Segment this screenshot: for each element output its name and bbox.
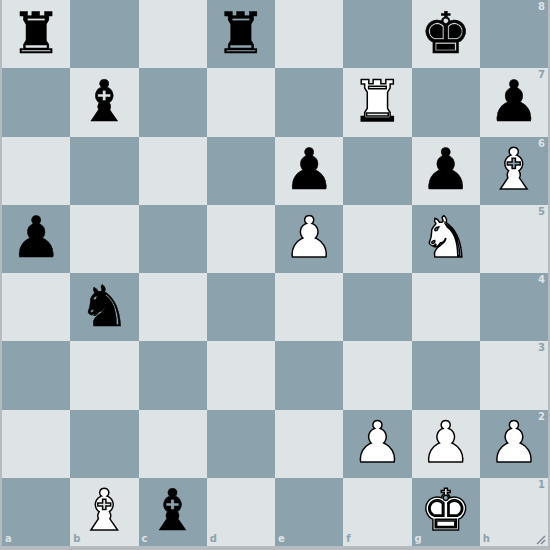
white-king[interactable]: ♚: [420, 482, 471, 539]
square-c7[interactable]: [139, 68, 207, 136]
black-king[interactable]: ♚: [420, 5, 471, 62]
white-rook[interactable]: ♜: [352, 73, 403, 130]
chess-board[interactable]: ♜♜♚8♝♜♟7♟♟♝6♟♟♞5♞43♟♟♟2a♝b♝cdef♚g1h: [2, 0, 548, 546]
square-a6[interactable]: [2, 137, 70, 205]
rank-label-5: 5: [538, 207, 545, 217]
square-d4[interactable]: [207, 273, 275, 341]
white-pawn[interactable]: ♟: [420, 414, 471, 471]
black-pawn[interactable]: ♟: [284, 141, 335, 198]
rank-label-4: 4: [538, 275, 545, 285]
white-pawn[interactable]: ♟: [284, 209, 335, 266]
file-label-f: f: [346, 534, 350, 544]
square-d7[interactable]: [207, 68, 275, 136]
square-h6[interactable]: ♝6: [480, 137, 548, 205]
white-bishop[interactable]: ♝: [79, 482, 130, 539]
white-pawn[interactable]: ♟: [352, 414, 403, 471]
black-pawn[interactable]: ♟: [11, 209, 62, 266]
square-e8[interactable]: [275, 0, 343, 68]
square-f4[interactable]: [343, 273, 411, 341]
square-g1[interactable]: ♚g: [412, 478, 480, 546]
square-h2[interactable]: ♟2: [480, 410, 548, 478]
square-c4[interactable]: [139, 273, 207, 341]
file-label-d: d: [210, 534, 217, 544]
file-label-e: e: [278, 534, 285, 544]
resize-handle-icon[interactable]: [534, 533, 546, 545]
black-rook[interactable]: ♜: [11, 5, 62, 62]
square-a4[interactable]: [2, 273, 70, 341]
square-g3[interactable]: [412, 341, 480, 409]
square-b5[interactable]: [70, 205, 138, 273]
square-d1[interactable]: d: [207, 478, 275, 546]
square-a8[interactable]: ♜: [2, 0, 70, 68]
white-knight[interactable]: ♞: [420, 209, 471, 266]
square-a5[interactable]: ♟: [2, 205, 70, 273]
square-f7[interactable]: ♜: [343, 68, 411, 136]
square-f2[interactable]: ♟: [343, 410, 411, 478]
square-b1[interactable]: ♝b: [70, 478, 138, 546]
square-g6[interactable]: ♟: [412, 137, 480, 205]
square-b8[interactable]: [70, 0, 138, 68]
file-label-h: h: [483, 534, 490, 544]
square-e4[interactable]: [275, 273, 343, 341]
square-d5[interactable]: [207, 205, 275, 273]
black-rook[interactable]: ♜: [215, 5, 266, 62]
square-h4[interactable]: 4: [480, 273, 548, 341]
square-c2[interactable]: [139, 410, 207, 478]
square-c6[interactable]: [139, 137, 207, 205]
square-a3[interactable]: [2, 341, 70, 409]
square-b6[interactable]: [70, 137, 138, 205]
rank-label-3: 3: [538, 343, 545, 353]
black-pawn[interactable]: ♟: [488, 73, 539, 130]
file-label-a: a: [5, 534, 12, 544]
square-e7[interactable]: [275, 68, 343, 136]
square-e1[interactable]: e: [275, 478, 343, 546]
square-g4[interactable]: [412, 273, 480, 341]
square-h8[interactable]: 8: [480, 0, 548, 68]
square-f5[interactable]: [343, 205, 411, 273]
square-f8[interactable]: [343, 0, 411, 68]
square-c1[interactable]: ♝c: [139, 478, 207, 546]
square-g8[interactable]: ♚: [412, 0, 480, 68]
square-b4[interactable]: ♞: [70, 273, 138, 341]
square-h5[interactable]: 5: [480, 205, 548, 273]
square-d2[interactable]: [207, 410, 275, 478]
white-bishop[interactable]: ♝: [488, 141, 539, 198]
white-pawn[interactable]: ♟: [488, 414, 539, 471]
square-a2[interactable]: [2, 410, 70, 478]
square-f6[interactable]: [343, 137, 411, 205]
square-e6[interactable]: ♟: [275, 137, 343, 205]
square-e2[interactable]: [275, 410, 343, 478]
square-d3[interactable]: [207, 341, 275, 409]
square-g2[interactable]: ♟: [412, 410, 480, 478]
square-c3[interactable]: [139, 341, 207, 409]
square-h3[interactable]: 3: [480, 341, 548, 409]
square-b2[interactable]: [70, 410, 138, 478]
rank-label-1: 1: [538, 480, 545, 490]
black-bishop[interactable]: ♝: [147, 482, 198, 539]
black-pawn[interactable]: ♟: [420, 141, 471, 198]
square-e5[interactable]: ♟: [275, 205, 343, 273]
black-knight[interactable]: ♞: [79, 278, 130, 335]
rank-label-8: 8: [538, 2, 545, 12]
square-c8[interactable]: [139, 0, 207, 68]
square-f1[interactable]: f: [343, 478, 411, 546]
square-d8[interactable]: ♜: [207, 0, 275, 68]
square-g5[interactable]: ♞: [412, 205, 480, 273]
black-bishop[interactable]: ♝: [79, 73, 130, 130]
square-c5[interactable]: [139, 205, 207, 273]
square-d6[interactable]: [207, 137, 275, 205]
square-g7[interactable]: [412, 68, 480, 136]
square-h7[interactable]: ♟7: [480, 68, 548, 136]
square-b3[interactable]: [70, 341, 138, 409]
square-a7[interactable]: [2, 68, 70, 136]
square-f3[interactable]: [343, 341, 411, 409]
square-a1[interactable]: a: [2, 478, 70, 546]
square-e3[interactable]: [275, 341, 343, 409]
square-b7[interactable]: ♝: [70, 68, 138, 136]
